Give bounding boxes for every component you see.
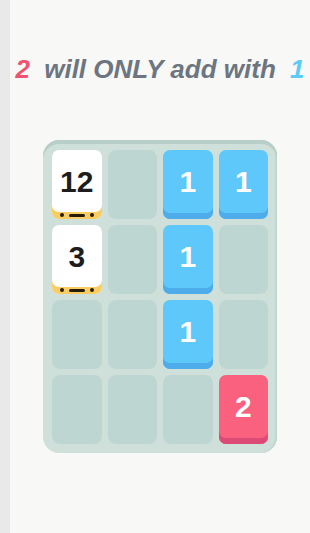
tile-value: 1 <box>235 165 252 199</box>
cell-r1c2 <box>108 150 158 219</box>
cell-r1c1: 12 <box>52 150 102 219</box>
tile-1[interactable]: 1 <box>163 300 213 369</box>
cell-r1c4: 1 <box>219 150 269 219</box>
headline-number-2: 2 <box>15 52 29 86</box>
cell-r2c3: 1 <box>163 225 213 294</box>
tile-value: 3 <box>68 240 85 274</box>
cell-r3c3: 1 <box>163 300 213 369</box>
tutorial-headline: 2 will ONLY add with 1 <box>10 52 310 86</box>
board-grid: 12113112 <box>43 140 277 453</box>
tile-value: 2 <box>235 390 252 424</box>
cell-r2c1: 3 <box>52 225 102 294</box>
tile-value: 1 <box>179 240 196 274</box>
tile-1[interactable]: 1 <box>163 225 213 294</box>
board[interactable]: 12113112 <box>43 140 277 453</box>
cell-r2c2 <box>108 225 158 294</box>
cell-r4c1 <box>52 375 102 444</box>
headline-number-1: 1 <box>290 52 304 86</box>
cell-r3c4 <box>219 300 269 369</box>
tile-face-icon <box>60 213 94 217</box>
cell-r2c4 <box>219 225 269 294</box>
tile-2[interactable]: 2 <box>219 375 269 444</box>
tile-1[interactable]: 1 <box>163 150 213 219</box>
tile-value: 12 <box>60 165 93 199</box>
cell-r3c2 <box>108 300 158 369</box>
cell-r3c1 <box>52 300 102 369</box>
tile-1[interactable]: 1 <box>219 150 269 219</box>
cell-r1c3: 1 <box>163 150 213 219</box>
tile-face-icon <box>60 288 94 292</box>
tile-value: 1 <box>179 315 196 349</box>
cell-r4c3 <box>163 375 213 444</box>
cell-r4c4: 2 <box>219 375 269 444</box>
threes-game-screen: 2 will ONLY add with 1 12113112 <box>10 0 310 533</box>
tile-value: 1 <box>179 165 196 199</box>
tile-12[interactable]: 12 <box>52 150 102 219</box>
tile-3[interactable]: 3 <box>52 225 102 294</box>
headline-text: will ONLY add with <box>44 52 276 86</box>
cell-r4c2 <box>108 375 158 444</box>
